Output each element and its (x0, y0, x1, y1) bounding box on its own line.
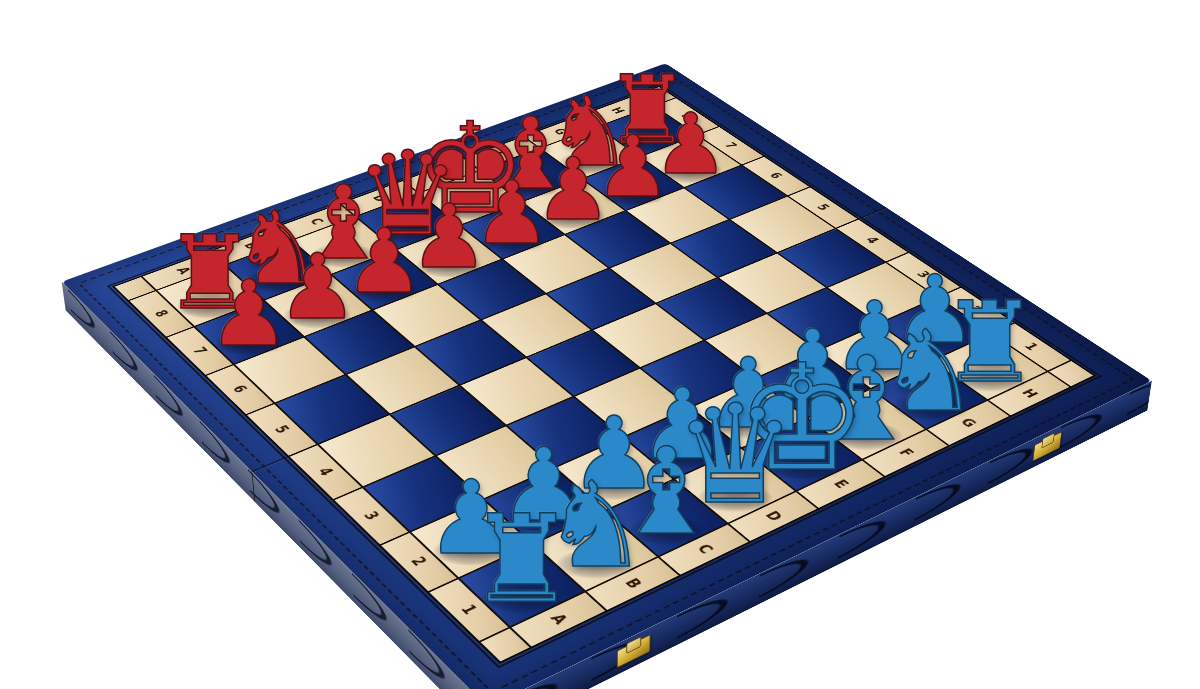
coordinate-text: 7 (189, 345, 210, 356)
rank-label-left-6: 6 (206, 365, 273, 414)
border-corner (481, 628, 530, 661)
piece-black-pawn-a7[interactable]: ♟ (208, 268, 290, 359)
coordinate-text: 3 (359, 509, 382, 522)
square-b4[interactable] (391, 386, 504, 455)
coordinate-text: 5 (270, 424, 292, 436)
coordinate-text: 6 (766, 171, 785, 180)
rank-label-left-5: 5 (247, 404, 316, 455)
square-c4[interactable] (460, 358, 572, 425)
coordinate-text: 5 (813, 203, 832, 212)
border-corner (1049, 361, 1093, 386)
rank-label-left-3: 3 (334, 488, 408, 544)
square-a5[interactable] (276, 376, 388, 444)
square-a4[interactable] (319, 415, 434, 486)
coordinate-text: 6 (229, 384, 251, 396)
square-b5[interactable] (347, 348, 458, 414)
coordinate-text: 4 (862, 235, 881, 245)
square-c5[interactable] (416, 321, 525, 385)
rank-label-left-4: 4 (290, 445, 361, 499)
square-d4[interactable] (528, 331, 638, 396)
product-photo-scene: ABCDEFGH8877665544332211ABCDEFGH ♜♞♝♛♚♝♞… (0, 0, 1200, 689)
piece-white-rook-a1[interactable]: ♜ (468, 499, 576, 620)
coordinate-text: 4 (314, 465, 337, 478)
